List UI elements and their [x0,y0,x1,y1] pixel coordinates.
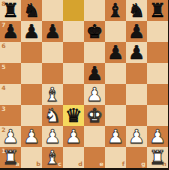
piece-white-pawn-icon[interactable]: ♟ [0,126,21,147]
piece-white-rook-icon[interactable]: ♜ [147,147,168,168]
rank-label-6: 6 [2,43,6,49]
square-f6[interactable]: ♟ [105,42,126,63]
square-c6[interactable] [42,42,63,63]
piece-black-knight-icon[interactable]: ♞ [21,0,42,21]
square-a6[interactable]: 6 [0,42,21,63]
piece-white-pawn-icon[interactable]: ♟ [147,126,168,147]
piece-white-pawn-icon[interactable]: ♟ [42,126,63,147]
piece-white-bishop-icon[interactable]: ♝ [42,84,63,105]
file-label-d: d [78,161,82,167]
square-h3[interactable] [147,105,168,126]
square-b2[interactable]: ♟ [21,126,42,147]
square-e2[interactable] [84,126,105,147]
square-f1[interactable]: f [105,147,126,168]
square-b3[interactable] [21,105,42,126]
square-g1[interactable]: g [126,147,147,168]
square-b4[interactable] [21,84,42,105]
rank-label-5: 5 [2,64,6,70]
square-a5[interactable]: 5 [0,63,21,84]
square-e4[interactable]: ♟ [84,84,105,105]
square-g3[interactable] [126,105,147,126]
square-a3[interactable]: 3 [0,105,21,126]
square-f4[interactable] [105,84,126,105]
piece-black-king-icon[interactable]: ♚ [84,21,105,42]
piece-white-king-icon[interactable]: ♚ [84,105,105,126]
piece-black-pawn-icon[interactable]: ♟ [126,21,147,42]
piece-white-pawn-icon[interactable]: ♟ [63,126,84,147]
piece-black-pawn-icon[interactable]: ♟ [105,42,126,63]
square-h6[interactable] [147,42,168,63]
square-c5[interactable] [42,63,63,84]
piece-black-pawn-icon[interactable]: ♟ [126,42,147,63]
square-e7[interactable]: ♚ [84,21,105,42]
square-a2[interactable]: 2♟ [0,126,21,147]
square-g8[interactable]: ♞ [126,0,147,21]
square-b8[interactable]: ♞ [21,0,42,21]
piece-white-knight-icon[interactable]: ♞ [42,105,63,126]
square-e1[interactable]: e [84,147,105,168]
chess-board: 8♜♞♝♞♜7♟♟♟♚♟6♟♟5♟4♝♟3♞♛♚2♟♟♟♟♟♟♟1a♜bc♝de… [0,0,168,168]
piece-white-pawn-icon[interactable]: ♟ [126,126,147,147]
square-f7[interactable] [105,21,126,42]
square-d7[interactable] [63,21,84,42]
square-b6[interactable] [21,42,42,63]
square-d6[interactable] [63,42,84,63]
square-g2[interactable]: ♟ [126,126,147,147]
square-e5[interactable]: ♟ [84,63,105,84]
square-c7[interactable]: ♟ [42,21,63,42]
square-d3[interactable]: ♛ [63,105,84,126]
piece-white-bishop-icon[interactable]: ♝ [42,147,63,168]
piece-black-pawn-icon[interactable]: ♟ [21,21,42,42]
square-d1[interactable]: d [63,147,84,168]
piece-black-rook-icon[interactable]: ♜ [147,0,168,21]
file-label-e: e [99,161,103,167]
file-label-f: f [122,161,125,167]
square-d8[interactable] [63,0,84,21]
square-c4[interactable]: ♝ [42,84,63,105]
square-f2[interactable]: ♟ [105,126,126,147]
piece-black-pawn-icon[interactable]: ♟ [42,21,63,42]
square-a4[interactable]: 4 [0,84,21,105]
square-d2[interactable]: ♟ [63,126,84,147]
square-f5[interactable] [105,63,126,84]
rank-label-4: 4 [2,85,6,91]
square-d4[interactable] [63,84,84,105]
square-f3[interactable] [105,105,126,126]
square-h7[interactable] [147,21,168,42]
square-a1[interactable]: 1a♜ [0,147,21,168]
piece-black-pawn-icon[interactable]: ♟ [84,63,105,84]
piece-white-pawn-icon[interactable]: ♟ [21,126,42,147]
square-d5[interactable] [63,63,84,84]
square-h2[interactable]: ♟ [147,126,168,147]
piece-black-bishop-icon[interactable]: ♝ [105,0,126,21]
square-a7[interactable]: 7♟ [0,21,21,42]
square-f8[interactable]: ♝ [105,0,126,21]
square-e3[interactable]: ♚ [84,105,105,126]
rank-label-3: 3 [2,106,6,112]
square-h1[interactable]: h♜ [147,147,168,168]
square-g6[interactable]: ♟ [126,42,147,63]
square-h4[interactable] [147,84,168,105]
file-label-g: g [141,161,145,167]
file-label-b: b [36,161,40,167]
square-b1[interactable]: b [21,147,42,168]
board-frame: 8♜♞♝♞♜7♟♟♟♚♟6♟♟5♟4♝♟3♞♛♚2♟♟♟♟♟♟♟1a♜bc♝de… [0,0,169,170]
square-c2[interactable]: ♟ [42,126,63,147]
piece-black-knight-icon[interactable]: ♞ [126,0,147,21]
piece-black-pawn-icon[interactable]: ♟ [0,21,21,42]
square-h5[interactable] [147,63,168,84]
piece-white-pawn-icon[interactable]: ♟ [84,84,105,105]
square-c8[interactable] [42,0,63,21]
square-b7[interactable]: ♟ [21,21,42,42]
square-g4[interactable] [126,84,147,105]
square-h8[interactable]: ♜ [147,0,168,21]
piece-white-pawn-icon[interactable]: ♟ [105,126,126,147]
square-g5[interactable] [126,63,147,84]
square-e6[interactable] [84,42,105,63]
square-c1[interactable]: c♝ [42,147,63,168]
square-b5[interactable] [21,63,42,84]
square-g7[interactable]: ♟ [126,21,147,42]
square-a8[interactable]: 8♜ [0,0,21,21]
square-e8[interactable] [84,0,105,21]
piece-black-rook-icon[interactable]: ♜ [0,0,21,21]
piece-white-rook-icon[interactable]: ♜ [0,147,21,168]
square-c3[interactable]: ♞ [42,105,63,126]
piece-black-queen-icon[interactable]: ♛ [63,105,84,126]
